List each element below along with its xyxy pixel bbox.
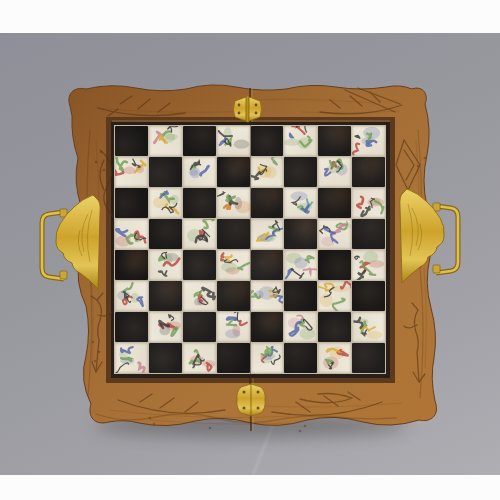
square-f3[interactable] (284, 281, 317, 311)
tile-painting (352, 126, 385, 156)
tile-painting (251, 343, 284, 373)
square-h1[interactable] (352, 343, 385, 373)
square-d4[interactable] (217, 250, 250, 280)
square-e5[interactable] (251, 219, 284, 249)
tile-painting (352, 312, 385, 342)
tile-painting (251, 219, 284, 249)
square-c8[interactable] (183, 126, 216, 156)
square-b1[interactable] (149, 343, 182, 373)
tile-painting (115, 219, 148, 249)
square-d8[interactable] (217, 126, 250, 156)
tile-painting (217, 126, 250, 156)
square-g5[interactable] (318, 219, 351, 249)
square-e4[interactable] (251, 250, 284, 280)
square-a4[interactable] (115, 250, 148, 280)
square-f4[interactable] (284, 250, 317, 280)
tile-painting (217, 312, 250, 342)
tile-painting (115, 157, 148, 187)
square-f8[interactable] (284, 126, 317, 156)
tile-painting (115, 281, 148, 311)
tile-painting (318, 219, 351, 249)
tile-painting (183, 157, 216, 187)
square-d5[interactable] (217, 219, 250, 249)
square-a1[interactable] (115, 343, 148, 373)
tile-painting (183, 343, 216, 373)
square-g3[interactable] (318, 281, 351, 311)
square-c5[interactable] (183, 219, 216, 249)
square-h5[interactable] (352, 219, 385, 249)
square-b3[interactable] (149, 281, 182, 311)
square-a6[interactable] (115, 188, 148, 218)
square-f5[interactable] (284, 219, 317, 249)
square-e2[interactable] (251, 312, 284, 342)
square-g8[interactable] (318, 126, 351, 156)
square-g2[interactable] (318, 312, 351, 342)
tile-painting (183, 281, 216, 311)
tile-painting (149, 312, 182, 342)
left-handle (42, 195, 100, 289)
photo-stage (0, 0, 500, 500)
tile-painting (183, 219, 216, 249)
square-g7[interactable] (318, 157, 351, 187)
square-e3[interactable] (251, 281, 284, 311)
square-a2[interactable] (115, 312, 148, 342)
tile-painting (149, 250, 182, 280)
square-e6[interactable] (251, 188, 284, 218)
square-d3[interactable] (217, 281, 250, 311)
tile-painting (284, 126, 317, 156)
tile-painting (149, 188, 182, 218)
square-h8[interactable] (352, 126, 385, 156)
square-c6[interactable] (183, 188, 216, 218)
square-h6[interactable] (352, 188, 385, 218)
square-d6[interactable] (217, 188, 250, 218)
tile-painting (318, 343, 351, 373)
right-handle (400, 189, 458, 283)
square-a3[interactable] (115, 281, 148, 311)
tile-painting (217, 188, 250, 218)
square-f2[interactable] (284, 312, 317, 342)
square-b2[interactable] (149, 312, 182, 342)
tile-painting (352, 188, 385, 218)
chess-board[interactable] (114, 125, 386, 374)
square-b8[interactable] (149, 126, 182, 156)
square-h4[interactable] (352, 250, 385, 280)
square-g4[interactable] (318, 250, 351, 280)
square-g1[interactable] (318, 343, 351, 373)
square-c4[interactable] (183, 250, 216, 280)
square-a7[interactable] (115, 157, 148, 187)
tile-painting (318, 281, 351, 311)
square-b7[interactable] (149, 157, 182, 187)
tile-painting (284, 250, 317, 280)
square-c3[interactable] (183, 281, 216, 311)
square-a8[interactable] (115, 126, 148, 156)
tile-painting (217, 250, 250, 280)
square-c2[interactable] (183, 312, 216, 342)
tile-painting (318, 157, 351, 187)
square-e7[interactable] (251, 157, 284, 187)
square-h2[interactable] (352, 312, 385, 342)
square-e1[interactable] (251, 343, 284, 373)
tile-painting (251, 281, 284, 311)
square-g6[interactable] (318, 188, 351, 218)
tile-painting (149, 126, 182, 156)
tile-painting (251, 157, 284, 187)
square-b6[interactable] (149, 188, 182, 218)
tile-painting (115, 343, 148, 373)
square-a5[interactable] (115, 219, 148, 249)
square-d1[interactable] (217, 343, 250, 373)
square-f1[interactable] (284, 343, 317, 373)
square-c1[interactable] (183, 343, 216, 373)
top-hinge (234, 96, 262, 122)
square-d7[interactable] (217, 157, 250, 187)
square-e8[interactable] (251, 126, 284, 156)
square-f7[interactable] (284, 157, 317, 187)
square-h7[interactable] (352, 157, 385, 187)
square-h3[interactable] (352, 281, 385, 311)
bottom-hinge (237, 384, 265, 416)
square-f6[interactable] (284, 188, 317, 218)
square-b4[interactable] (149, 250, 182, 280)
tile-painting (284, 312, 317, 342)
tile-painting (352, 250, 385, 280)
square-b5[interactable] (149, 219, 182, 249)
tile-painting (284, 188, 317, 218)
square-c7[interactable] (183, 157, 216, 187)
square-d2[interactable] (217, 312, 250, 342)
